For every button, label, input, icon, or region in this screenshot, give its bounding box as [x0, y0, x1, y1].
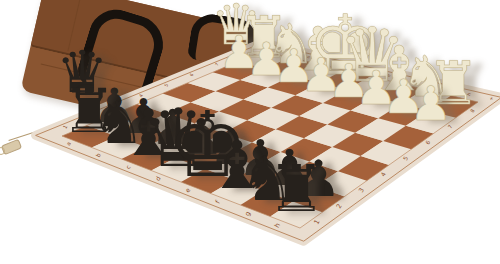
chess-board: aabbccddeeffgghh1122334455667788+: [0, 0, 500, 264]
chess-set-product-photo: aabbccddeeffgghh1122334455667788+ ♛♜♞♟♝♟…: [0, 0, 500, 264]
